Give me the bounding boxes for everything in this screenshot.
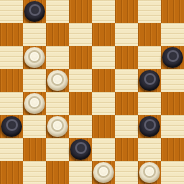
black-man-g3[interactable] [139, 116, 160, 137]
square-b2[interactable] [23, 138, 46, 161]
square-g1[interactable] [138, 161, 161, 184]
square-c8 [46, 0, 69, 23]
black-man-a3[interactable] [1, 116, 22, 137]
square-c3[interactable] [46, 115, 69, 138]
square-d2[interactable] [69, 138, 92, 161]
square-g6 [138, 46, 161, 69]
square-b5 [23, 69, 46, 92]
square-a8 [0, 0, 23, 23]
square-f7 [115, 23, 138, 46]
square-c7[interactable] [46, 23, 69, 46]
square-h4[interactable] [161, 92, 184, 115]
white-man-c3[interactable] [47, 116, 68, 137]
square-f3 [115, 115, 138, 138]
square-g5[interactable] [138, 69, 161, 92]
square-a1[interactable] [0, 161, 23, 184]
square-c2 [46, 138, 69, 161]
square-d8[interactable] [69, 0, 92, 23]
square-d5 [69, 69, 92, 92]
square-e4 [92, 92, 115, 115]
square-f1 [115, 161, 138, 184]
square-a4 [0, 92, 23, 115]
square-e3[interactable] [92, 115, 115, 138]
square-e7[interactable] [92, 23, 115, 46]
square-d4[interactable] [69, 92, 92, 115]
black-man-d2[interactable] [70, 139, 91, 160]
black-man-h6[interactable] [162, 47, 183, 68]
square-c4 [46, 92, 69, 115]
square-a7[interactable] [0, 23, 23, 46]
square-h5 [161, 69, 184, 92]
square-c5[interactable] [46, 69, 69, 92]
white-man-b4[interactable] [24, 93, 45, 114]
square-g3[interactable] [138, 115, 161, 138]
square-f5 [115, 69, 138, 92]
square-d7 [69, 23, 92, 46]
square-g2 [138, 138, 161, 161]
square-f2[interactable] [115, 138, 138, 161]
square-g7[interactable] [138, 23, 161, 46]
square-e6 [92, 46, 115, 69]
square-d3 [69, 115, 92, 138]
square-b6[interactable] [23, 46, 46, 69]
square-b4[interactable] [23, 92, 46, 115]
square-g8 [138, 0, 161, 23]
square-h3 [161, 115, 184, 138]
square-e1[interactable] [92, 161, 115, 184]
white-man-e1[interactable] [93, 162, 114, 183]
square-c1[interactable] [46, 161, 69, 184]
square-f4[interactable] [115, 92, 138, 115]
square-d6[interactable] [69, 46, 92, 69]
square-a5[interactable] [0, 69, 23, 92]
square-h2[interactable] [161, 138, 184, 161]
square-f6[interactable] [115, 46, 138, 69]
square-h6[interactable] [161, 46, 184, 69]
square-a6 [0, 46, 23, 69]
black-man-g5[interactable] [139, 70, 160, 91]
square-f8[interactable] [115, 0, 138, 23]
square-e5[interactable] [92, 69, 115, 92]
square-h1 [161, 161, 184, 184]
square-e2 [92, 138, 115, 161]
square-a2 [0, 138, 23, 161]
square-h8[interactable] [161, 0, 184, 23]
square-g4 [138, 92, 161, 115]
square-b3 [23, 115, 46, 138]
square-h7 [161, 23, 184, 46]
square-b8[interactable] [23, 0, 46, 23]
square-c6 [46, 46, 69, 69]
checkers-board [0, 0, 184, 184]
white-man-c5[interactable] [47, 70, 68, 91]
square-a3[interactable] [0, 115, 23, 138]
white-man-b6[interactable] [24, 47, 45, 68]
black-man-b8[interactable] [24, 1, 45, 22]
square-b7 [23, 23, 46, 46]
square-b1 [23, 161, 46, 184]
square-e8 [92, 0, 115, 23]
square-d1 [69, 161, 92, 184]
white-man-g1[interactable] [139, 162, 160, 183]
